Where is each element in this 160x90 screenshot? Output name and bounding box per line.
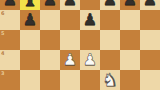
- piece-black-pawn-e6[interactable]: ♟: [83, 10, 97, 30]
- piece-black-bishop-b7[interactable]: ♝: [22, 0, 38, 10]
- square-b5[interactable]: [20, 30, 40, 50]
- square-h4[interactable]: [140, 50, 160, 70]
- square-a7[interactable]: 7♟: [0, 0, 20, 10]
- square-e7[interactable]: [80, 0, 100, 10]
- square-f6[interactable]: [100, 10, 120, 30]
- piece-black-pawn-a7[interactable]: ♟: [3, 0, 17, 10]
- piece-black-pawn-g7[interactable]: ♟: [123, 0, 137, 10]
- square-c5[interactable]: [40, 30, 60, 50]
- square-a4[interactable]: 4: [0, 50, 20, 70]
- square-d7[interactable]: ♟: [60, 0, 80, 10]
- square-g3[interactable]: [120, 70, 140, 90]
- piece-white-pawn-e4[interactable]: ♟: [83, 50, 97, 70]
- square-h5[interactable]: [140, 30, 160, 50]
- square-e6[interactable]: ♟: [80, 10, 100, 30]
- square-a3[interactable]: 3: [0, 70, 20, 90]
- square-b3[interactable]: [20, 70, 40, 90]
- square-e4[interactable]: ♟: [80, 50, 100, 70]
- square-b6[interactable]: ♟: [20, 10, 40, 30]
- square-c4[interactable]: [40, 50, 60, 70]
- square-c6[interactable]: [40, 10, 60, 30]
- chess-board: 7♟♝♟♟♟♟♟6♟♟54♟♟3♞: [0, 0, 160, 90]
- piece-black-pawn-c7[interactable]: ♟: [43, 0, 57, 10]
- piece-white-pawn-d4[interactable]: ♟: [63, 50, 77, 70]
- square-e3[interactable]: [80, 70, 100, 90]
- square-h6[interactable]: [140, 10, 160, 30]
- square-f4[interactable]: [100, 50, 120, 70]
- square-a6[interactable]: 6: [0, 10, 20, 30]
- chess-app-viewport: 7♟♝♟♟♟♟♟6♟♟54♟♟3♞: [0, 0, 160, 90]
- square-b4[interactable]: [20, 50, 40, 70]
- square-e5[interactable]: [80, 30, 100, 50]
- square-d3[interactable]: [60, 70, 80, 90]
- square-g6[interactable]: [120, 10, 140, 30]
- square-h3[interactable]: [140, 70, 160, 90]
- coord-rank-3: 3: [1, 70, 4, 76]
- square-b7[interactable]: ♝: [20, 0, 40, 10]
- square-g4[interactable]: [120, 50, 140, 70]
- square-a5[interactable]: 5: [0, 30, 20, 50]
- square-f3[interactable]: ♞: [100, 70, 120, 90]
- square-d6[interactable]: [60, 10, 80, 30]
- square-f7[interactable]: ♟: [100, 0, 120, 10]
- square-g5[interactable]: [120, 30, 140, 50]
- square-c3[interactable]: [40, 70, 60, 90]
- square-d4[interactable]: ♟: [60, 50, 80, 70]
- piece-black-pawn-f7[interactable]: ♟: [103, 0, 117, 10]
- coord-rank-6: 6: [1, 10, 4, 16]
- square-h7[interactable]: ♟: [140, 0, 160, 10]
- square-g7[interactable]: ♟: [120, 0, 140, 10]
- piece-black-pawn-b6[interactable]: ♟: [23, 10, 37, 30]
- piece-black-pawn-h7[interactable]: ♟: [143, 0, 157, 10]
- coord-rank-5: 5: [1, 30, 4, 36]
- piece-black-pawn-d7[interactable]: ♟: [63, 0, 77, 10]
- square-d5[interactable]: [60, 30, 80, 50]
- coord-rank-4: 4: [1, 50, 4, 56]
- square-c7[interactable]: ♟: [40, 0, 60, 10]
- square-f5[interactable]: [100, 30, 120, 50]
- piece-white-knight-f3[interactable]: ♞: [102, 70, 118, 90]
